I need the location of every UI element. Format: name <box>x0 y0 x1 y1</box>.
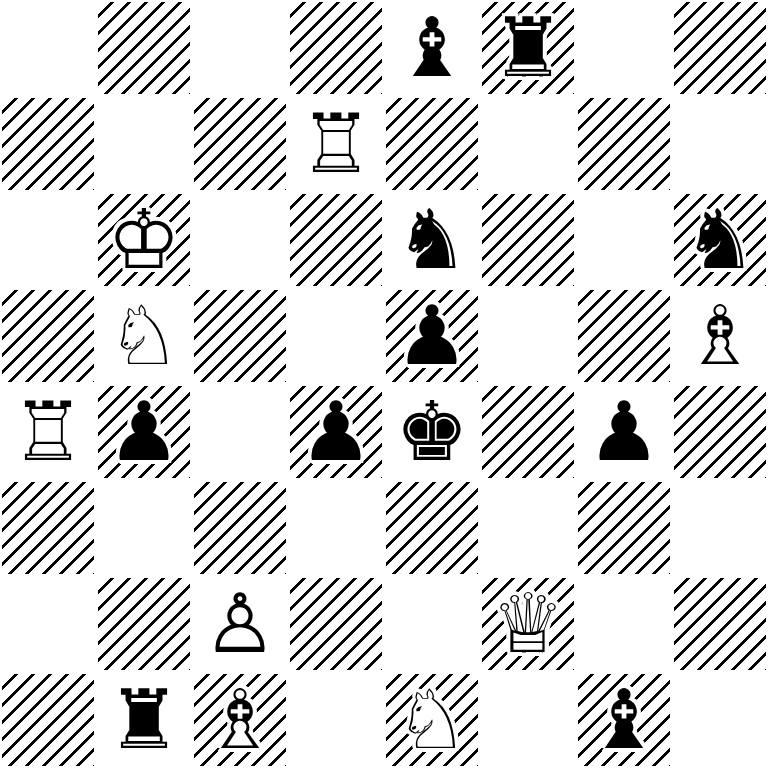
square-h8[interactable] <box>672 0 768 96</box>
square-d8[interactable] <box>288 0 384 96</box>
square-f6[interactable] <box>480 192 576 288</box>
square-g6[interactable] <box>576 192 672 288</box>
square-c4[interactable] <box>192 384 288 480</box>
square-d5[interactable] <box>288 288 384 384</box>
square-c5[interactable] <box>192 288 288 384</box>
square-g7[interactable] <box>576 96 672 192</box>
square-c3[interactable] <box>192 480 288 576</box>
square-a6[interactable] <box>0 192 96 288</box>
white-queen[interactable]: ♕ <box>480 576 576 672</box>
square-a8[interactable] <box>0 0 96 96</box>
square-e8[interactable]: ♝♝ <box>384 0 480 96</box>
square-e1[interactable]: ♞♘ <box>384 672 480 768</box>
black-pawn[interactable]: ♟ <box>576 384 672 480</box>
square-h3[interactable] <box>672 480 768 576</box>
square-d6[interactable] <box>288 192 384 288</box>
square-h7[interactable] <box>672 96 768 192</box>
square-f2[interactable]: ♛♕ <box>480 576 576 672</box>
square-a4[interactable]: ♜♖ <box>0 384 96 480</box>
square-a3[interactable] <box>0 480 96 576</box>
black-bishop[interactable]: ♝ <box>384 0 480 96</box>
square-e7[interactable] <box>384 96 480 192</box>
white-knight[interactable]: ♘ <box>384 672 480 768</box>
square-g3[interactable] <box>576 480 672 576</box>
square-c8[interactable] <box>192 0 288 96</box>
white-pawn[interactable]: ♙ <box>192 576 288 672</box>
square-g2[interactable] <box>576 576 672 672</box>
black-pawn[interactable]: ♟ <box>288 384 384 480</box>
square-a2[interactable] <box>0 576 96 672</box>
white-bishop[interactable]: ♗ <box>672 288 768 384</box>
square-b8[interactable] <box>96 0 192 96</box>
square-f3[interactable] <box>480 480 576 576</box>
black-pawn[interactable]: ♟ <box>384 288 480 384</box>
black-rook[interactable]: ♜ <box>96 672 192 768</box>
black-rook[interactable]: ♜ <box>480 0 576 96</box>
chess-board: ♝♝♜♜♜♖♚♔♞♞♞♞♞♘♟♟♝♗♜♖♟♟♟♟♚♚♟♟♟♙♛♕♜♜♝♗♞♘♝♝ <box>0 0 768 768</box>
square-e2[interactable] <box>384 576 480 672</box>
square-a5[interactable] <box>0 288 96 384</box>
square-b6[interactable]: ♚♔ <box>96 192 192 288</box>
square-e5[interactable]: ♟♟ <box>384 288 480 384</box>
square-h4[interactable] <box>672 384 768 480</box>
white-rook[interactable]: ♖ <box>288 96 384 192</box>
square-d2[interactable] <box>288 576 384 672</box>
square-b1[interactable]: ♜♜ <box>96 672 192 768</box>
square-b4[interactable]: ♟♟ <box>96 384 192 480</box>
white-bishop[interactable]: ♗ <box>192 672 288 768</box>
square-h5[interactable]: ♝♗ <box>672 288 768 384</box>
square-g5[interactable] <box>576 288 672 384</box>
square-d3[interactable] <box>288 480 384 576</box>
square-d7[interactable]: ♜♖ <box>288 96 384 192</box>
square-h2[interactable] <box>672 576 768 672</box>
white-knight[interactable]: ♘ <box>96 288 192 384</box>
white-rook[interactable]: ♖ <box>0 384 96 480</box>
square-b7[interactable] <box>96 96 192 192</box>
square-e6[interactable]: ♞♞ <box>384 192 480 288</box>
square-c2[interactable]: ♟♙ <box>192 576 288 672</box>
square-d1[interactable] <box>288 672 384 768</box>
square-f8[interactable]: ♜♜ <box>480 0 576 96</box>
square-c1[interactable]: ♝♗ <box>192 672 288 768</box>
square-f5[interactable] <box>480 288 576 384</box>
square-g1[interactable]: ♝♝ <box>576 672 672 768</box>
square-c7[interactable] <box>192 96 288 192</box>
square-b5[interactable]: ♞♘ <box>96 288 192 384</box>
black-king[interactable]: ♚ <box>384 384 480 480</box>
square-h6[interactable]: ♞♞ <box>672 192 768 288</box>
square-b3[interactable] <box>96 480 192 576</box>
square-a7[interactable] <box>0 96 96 192</box>
square-d4[interactable]: ♟♟ <box>288 384 384 480</box>
square-e4[interactable]: ♚♚ <box>384 384 480 480</box>
black-knight[interactable]: ♞ <box>384 192 480 288</box>
square-h1[interactable] <box>672 672 768 768</box>
black-knight[interactable]: ♞ <box>672 192 768 288</box>
black-bishop[interactable]: ♝ <box>576 672 672 768</box>
square-f1[interactable] <box>480 672 576 768</box>
square-e3[interactable] <box>384 480 480 576</box>
white-king[interactable]: ♔ <box>96 192 192 288</box>
square-g4[interactable]: ♟♟ <box>576 384 672 480</box>
square-f4[interactable] <box>480 384 576 480</box>
square-b2[interactable] <box>96 576 192 672</box>
square-g8[interactable] <box>576 0 672 96</box>
square-a1[interactable] <box>0 672 96 768</box>
black-pawn[interactable]: ♟ <box>96 384 192 480</box>
square-c6[interactable] <box>192 192 288 288</box>
square-f7[interactable] <box>480 96 576 192</box>
